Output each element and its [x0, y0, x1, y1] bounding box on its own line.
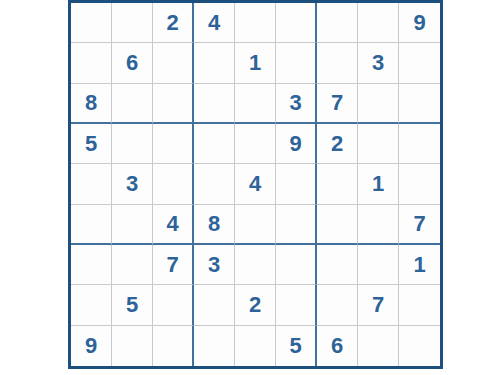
sudoku-cell-r6c4: 8 [194, 205, 235, 245]
sudoku-cell-r3c9[interactable] [399, 84, 440, 124]
sudoku-cell-r4c8[interactable] [358, 124, 399, 164]
sudoku-cell-r8c4[interactable] [194, 285, 235, 325]
sudoku-cell-r8c1[interactable] [71, 285, 112, 325]
sudoku-cell-r8c8: 7 [358, 285, 399, 325]
sudoku-cell-r8c6[interactable] [276, 285, 317, 325]
sudoku-cell-r2c9[interactable] [399, 43, 440, 83]
sudoku-cell-r5c7[interactable] [317, 164, 358, 204]
sudoku-cell-r1c1[interactable] [71, 3, 112, 43]
sudoku-cell-r9c4[interactable] [194, 326, 235, 366]
sudoku-cell-r1c9: 9 [399, 3, 440, 43]
sudoku-board: 249613837592341487731527956 [68, 0, 443, 369]
sudoku-cell-r6c9: 7 [399, 205, 440, 245]
sudoku-cell-r3c3[interactable] [153, 84, 194, 124]
sudoku-cell-r2c6[interactable] [276, 43, 317, 83]
sudoku-cell-r9c2[interactable] [112, 326, 153, 366]
sudoku-cell-r3c8[interactable] [358, 84, 399, 124]
sudoku-cell-r1c4: 4 [194, 3, 235, 43]
sudoku-cell-r4c3[interactable] [153, 124, 194, 164]
sudoku-cell-r7c3: 7 [153, 245, 194, 285]
sudoku-cell-r3c7: 7 [317, 84, 358, 124]
sudoku-cell-r7c8[interactable] [358, 245, 399, 285]
sudoku-cell-r4c2[interactable] [112, 124, 153, 164]
sudoku-cell-r1c3: 2 [153, 3, 194, 43]
sudoku-cell-r5c4[interactable] [194, 164, 235, 204]
sudoku-cell-r5c1[interactable] [71, 164, 112, 204]
sudoku-cell-r4c6: 9 [276, 124, 317, 164]
sudoku-cell-r6c1[interactable] [71, 205, 112, 245]
sudoku-cell-r4c9[interactable] [399, 124, 440, 164]
sudoku-cell-r3c4[interactable] [194, 84, 235, 124]
sudoku-cell-r1c6[interactable] [276, 3, 317, 43]
sudoku-cell-r7c6[interactable] [276, 245, 317, 285]
sudoku-cell-r3c6: 3 [276, 84, 317, 124]
sudoku-cell-r6c3: 4 [153, 205, 194, 245]
sudoku-cell-r4c5[interactable] [235, 124, 276, 164]
sudoku-cell-r1c5[interactable] [235, 3, 276, 43]
sudoku-cell-r5c9[interactable] [399, 164, 440, 204]
sudoku-cell-r2c2: 6 [112, 43, 153, 83]
sudoku-cell-r1c8[interactable] [358, 3, 399, 43]
sudoku-cell-r8c5: 2 [235, 285, 276, 325]
sudoku-cell-r4c7: 2 [317, 124, 358, 164]
sudoku-cell-r9c7: 6 [317, 326, 358, 366]
sudoku-cell-r2c8: 3 [358, 43, 399, 83]
sudoku-cell-r5c6[interactable] [276, 164, 317, 204]
sudoku-cell-r6c8[interactable] [358, 205, 399, 245]
sudoku-cell-r9c6: 5 [276, 326, 317, 366]
sudoku-cell-r3c2[interactable] [112, 84, 153, 124]
sudoku-cell-r6c6[interactable] [276, 205, 317, 245]
sudoku-cell-r5c3[interactable] [153, 164, 194, 204]
sudoku-cell-r3c1: 8 [71, 84, 112, 124]
sudoku-cell-r2c7[interactable] [317, 43, 358, 83]
sudoku-cell-r8c7[interactable] [317, 285, 358, 325]
sudoku-cell-r8c9[interactable] [399, 285, 440, 325]
sudoku-cell-r9c5[interactable] [235, 326, 276, 366]
sudoku-cell-r7c1[interactable] [71, 245, 112, 285]
sudoku-cell-r4c1: 5 [71, 124, 112, 164]
sudoku-cell-r7c9: 1 [399, 245, 440, 285]
sudoku-cell-r2c3[interactable] [153, 43, 194, 83]
sudoku-cell-r2c1[interactable] [71, 43, 112, 83]
sudoku-cell-r8c3[interactable] [153, 285, 194, 325]
sudoku-cell-r6c7[interactable] [317, 205, 358, 245]
sudoku-cell-r7c4: 3 [194, 245, 235, 285]
sudoku-cell-r8c2: 5 [112, 285, 153, 325]
sudoku-cell-r1c2[interactable] [112, 3, 153, 43]
sudoku-cell-r9c3[interactable] [153, 326, 194, 366]
sudoku-cell-r7c7[interactable] [317, 245, 358, 285]
sudoku-cell-r7c2[interactable] [112, 245, 153, 285]
sudoku-cell-r4c4[interactable] [194, 124, 235, 164]
sudoku-cell-r9c1: 9 [71, 326, 112, 366]
sudoku-cell-r3c5[interactable] [235, 84, 276, 124]
sudoku-cell-r5c2: 3 [112, 164, 153, 204]
sudoku-cell-r6c5[interactable] [235, 205, 276, 245]
sudoku-cell-r9c9[interactable] [399, 326, 440, 366]
sudoku-cell-r2c5: 1 [235, 43, 276, 83]
sudoku-cell-r6c2[interactable] [112, 205, 153, 245]
sudoku-cell-r5c8: 1 [358, 164, 399, 204]
sudoku-cell-r1c7[interactable] [317, 3, 358, 43]
sudoku-cell-r5c5: 4 [235, 164, 276, 204]
sudoku-cell-r2c4[interactable] [194, 43, 235, 83]
sudoku-cell-r9c8[interactable] [358, 326, 399, 366]
sudoku-cell-r7c5[interactable] [235, 245, 276, 285]
